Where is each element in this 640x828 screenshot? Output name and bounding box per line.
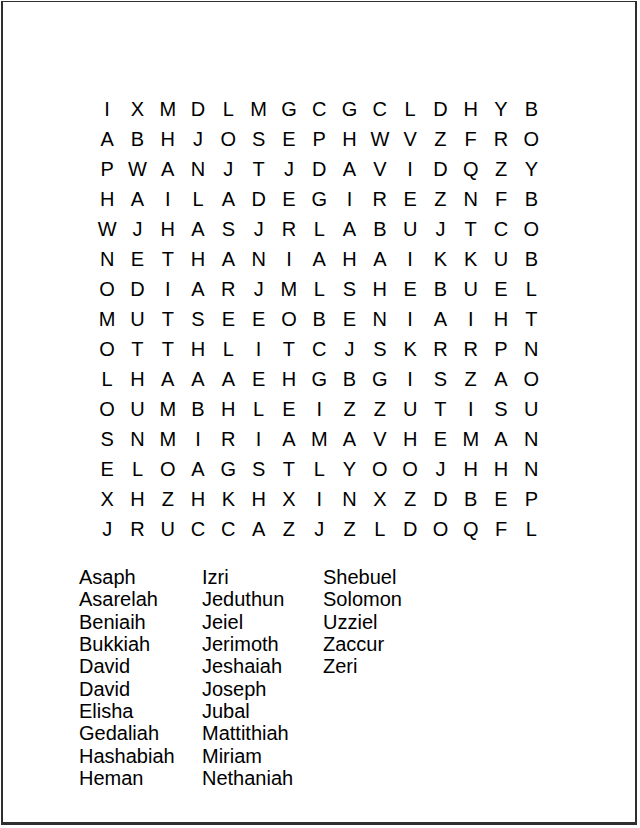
grid-cell-r14c10[interactable]: X	[365, 484, 395, 514]
grid-cell-r10c7[interactable]: H	[274, 364, 304, 394]
grid-cell-r5c15[interactable]: O	[516, 214, 546, 244]
grid-cell-r15c9[interactable]: Z	[334, 514, 364, 544]
grid-cell-r13c7[interactable]: T	[274, 454, 304, 484]
word-item: David	[79, 678, 202, 700]
word-list-column-2: IzriJeduthunJeielJerimothJeshaiahJosephJ…	[202, 566, 323, 789]
grid-cell-r5c13[interactable]: T	[456, 214, 486, 244]
word-item: Nethaniah	[202, 767, 323, 789]
grid-cell-r3c6[interactable]: T	[243, 154, 273, 184]
grid-cell-r11c10[interactable]: Z	[365, 394, 395, 424]
word-item: Shebuel	[323, 566, 463, 588]
grid-cell-r1c1[interactable]: I	[92, 94, 122, 124]
grid-cell-r7c12[interactable]: B	[425, 274, 455, 304]
word-list: AsaphAsarelahBeniaihBukkiahDavidDavidEli…	[79, 566, 463, 789]
grid-cell-r9c2[interactable]: T	[122, 334, 152, 364]
grid-cell-r3c9[interactable]: A	[334, 154, 364, 184]
word-item: Elisha	[79, 700, 202, 722]
grid-cell-r9c6[interactable]: I	[243, 334, 273, 364]
grid-cell-r10c13[interactable]: Z	[456, 364, 486, 394]
grid-cell-r6c2[interactable]: E	[122, 244, 152, 274]
grid-cell-r4c12[interactable]: Z	[425, 184, 455, 214]
grid-cell-r6c4[interactable]: H	[183, 244, 213, 274]
grid-cell-r10c5[interactable]: A	[213, 364, 243, 394]
grid-cell-r13c1[interactable]: E	[92, 454, 122, 484]
grid-cell-r9c7[interactable]: T	[274, 334, 304, 364]
grid-cell-r8c9[interactable]: E	[334, 304, 364, 334]
grid-cell-r2c3[interactable]: H	[153, 124, 183, 154]
grid-cell-r15c3[interactable]: U	[153, 514, 183, 544]
grid-cell-r14c5[interactable]: K	[213, 484, 243, 514]
grid-cell-r3c15[interactable]: Y	[516, 154, 546, 184]
word-item: Zaccur	[323, 633, 463, 655]
grid-cell-r4c2[interactable]: A	[122, 184, 152, 214]
grid-cell-r11c11[interactable]: U	[395, 394, 425, 424]
word-item: Jeshaiah	[202, 655, 323, 677]
grid-cell-r3c1[interactable]: P	[92, 154, 122, 184]
grid-cell-r9c5[interactable]: L	[213, 334, 243, 364]
grid-cell-r2c11[interactable]: V	[395, 124, 425, 154]
grid-cell-r11c12[interactable]: T	[425, 394, 455, 424]
grid-cell-r11c15[interactable]: U	[516, 394, 546, 424]
grid-cell-r2c6[interactable]: S	[243, 124, 273, 154]
grid-cell-r14c14[interactable]: E	[486, 484, 516, 514]
grid-cell-r2c1[interactable]: A	[92, 124, 122, 154]
grid-cell-r8c4[interactable]: S	[183, 304, 213, 334]
grid-cell-r8c2[interactable]: U	[122, 304, 152, 334]
grid-cell-r6c8[interactable]: A	[304, 244, 334, 274]
grid-cell-r15c2[interactable]: R	[122, 514, 152, 544]
grid-cell-r15c11[interactable]: D	[395, 514, 425, 544]
grid-cell-r14c13[interactable]: B	[456, 484, 486, 514]
grid-cell-r1c3[interactable]: M	[153, 94, 183, 124]
grid-cell-r10c4[interactable]: A	[183, 364, 213, 394]
grid-cell-r13c11[interactable]: O	[395, 454, 425, 484]
grid-cell-r10c2[interactable]: H	[122, 364, 152, 394]
grid-cell-r9c14[interactable]: P	[486, 334, 516, 364]
grid-cell-r1c2[interactable]: X	[122, 94, 152, 124]
grid-cell-r12c7[interactable]: A	[274, 424, 304, 454]
grid-cell-r1c15[interactable]: B	[516, 94, 546, 124]
grid-cell-r12c15[interactable]: N	[516, 424, 546, 454]
grid-cell-r13c5[interactable]: G	[213, 454, 243, 484]
grid-cell-r12c8[interactable]: M	[304, 424, 334, 454]
grid-cell-r10c12[interactable]: S	[425, 364, 455, 394]
grid-cell-r6c1[interactable]: N	[92, 244, 122, 274]
grid-cell-r5c1[interactable]: W	[92, 214, 122, 244]
grid-cell-r1c5[interactable]: L	[213, 94, 243, 124]
grid-cell-r7c7[interactable]: M	[274, 274, 304, 304]
grid-cell-r13c3[interactable]: O	[153, 454, 183, 484]
grid-cell-r9c8[interactable]: C	[304, 334, 334, 364]
grid-cell-r4c13[interactable]: N	[456, 184, 486, 214]
word-list-column-3: ShebuelSolomonUzzielZaccurZeri	[323, 566, 463, 789]
word-list-column-1: AsaphAsarelahBeniaihBukkiahDavidDavidEli…	[79, 566, 202, 789]
grid-cell-r2c10[interactable]: W	[365, 124, 395, 154]
grid-cell-r3c12[interactable]: D	[425, 154, 455, 184]
grid-cell-r3c7[interactable]: J	[274, 154, 304, 184]
grid-cell-r15c14[interactable]: F	[486, 514, 516, 544]
grid-cell-r15c1[interactable]: J	[92, 514, 122, 544]
grid-cell-r7c10[interactable]: H	[365, 274, 395, 304]
grid-cell-r10c1[interactable]: L	[92, 364, 122, 394]
grid-cell-r9c1[interactable]: O	[92, 334, 122, 364]
grid-cell-r5c8[interactable]: L	[304, 214, 334, 244]
word-item: Uzziel	[323, 611, 463, 633]
word-item: Gedaliah	[79, 722, 202, 744]
grid-cell-r15c5[interactable]: C	[213, 514, 243, 544]
grid-cell-r7c5[interactable]: R	[213, 274, 243, 304]
grid-cell-r2c9[interactable]: H	[334, 124, 364, 154]
grid-cell-r4c11[interactable]: E	[395, 184, 425, 214]
grid-cell-r6c15[interactable]: B	[516, 244, 546, 274]
grid-cell-r8c14[interactable]: H	[486, 304, 516, 334]
grid-cell-r14c3[interactable]: Z	[153, 484, 183, 514]
grid-cell-r3c5[interactable]: J	[213, 154, 243, 184]
grid-cell-r13c6[interactable]: S	[243, 454, 273, 484]
grid-cell-r3c3[interactable]: A	[153, 154, 183, 184]
grid-cell-r6c3[interactable]: T	[153, 244, 183, 274]
grid-cell-r1c6[interactable]: M	[243, 94, 273, 124]
grid-cell-r11c1[interactable]: O	[92, 394, 122, 424]
grid-cell-r5c4[interactable]: A	[183, 214, 213, 244]
grid-cell-r15c8[interactable]: J	[304, 514, 334, 544]
word-item: Beniaih	[79, 611, 202, 633]
grid-cell-r13c10[interactable]: O	[365, 454, 395, 484]
grid-cell-r1c7[interactable]: G	[274, 94, 304, 124]
grid-cell-r7c3[interactable]: I	[153, 274, 183, 304]
grid-cell-r14c12[interactable]: D	[425, 484, 455, 514]
grid-cell-r4c15[interactable]: B	[516, 184, 546, 214]
word-item: Solomon	[323, 588, 463, 610]
grid-cell-r8c15[interactable]: T	[516, 304, 546, 334]
grid-cell-r11c8[interactable]: I	[304, 394, 334, 424]
grid-cell-r3c13[interactable]: Q	[456, 154, 486, 184]
grid-cell-r1c12[interactable]: D	[425, 94, 455, 124]
grid-cell-r6c14[interactable]: U	[486, 244, 516, 274]
grid-cell-r13c9[interactable]: Y	[334, 454, 364, 484]
grid-cell-r3c10[interactable]: V	[365, 154, 395, 184]
grid-cell-r12c5[interactable]: R	[213, 424, 243, 454]
grid-cell-r7c15[interactable]: L	[516, 274, 546, 304]
grid-cell-r10c10[interactable]: G	[365, 364, 395, 394]
grid-cell-r2c12[interactable]: Z	[425, 124, 455, 154]
grid-cell-r8c1[interactable]: M	[92, 304, 122, 334]
grid-cell-r10c14[interactable]: A	[486, 364, 516, 394]
grid-cell-r13c8[interactable]: L	[304, 454, 334, 484]
grid-cell-r9c11[interactable]: K	[395, 334, 425, 364]
grid-cell-r9c10[interactable]: S	[365, 334, 395, 364]
grid-cell-r14c2[interactable]: H	[122, 484, 152, 514]
grid-cell-r5c5[interactable]: S	[213, 214, 243, 244]
grid-cell-r5c10[interactable]: B	[365, 214, 395, 244]
word-item: Izri	[202, 566, 323, 588]
grid-cell-r8c12[interactable]: A	[425, 304, 455, 334]
grid-cell-r10c15[interactable]: O	[516, 364, 546, 394]
grid-cell-r5c14[interactable]: C	[486, 214, 516, 244]
grid-cell-r1c14[interactable]: Y	[486, 94, 516, 124]
grid-cell-r14c15[interactable]: P	[516, 484, 546, 514]
word-item: Asaph	[79, 566, 202, 588]
grid-cell-r8c11[interactable]: I	[395, 304, 425, 334]
grid-cell-r6c7[interactable]: I	[274, 244, 304, 274]
grid-cell-r9c3[interactable]: T	[153, 334, 183, 364]
word-item: David	[79, 655, 202, 677]
grid-cell-r4c7[interactable]: E	[274, 184, 304, 214]
grid-cell-r4c4[interactable]: L	[183, 184, 213, 214]
word-item: Asarelah	[79, 588, 202, 610]
grid-cell-r3c8[interactable]: D	[304, 154, 334, 184]
grid-cell-r14c11[interactable]: Z	[395, 484, 425, 514]
grid-cell-r1c4[interactable]: D	[183, 94, 213, 124]
grid-cell-r11c2[interactable]: U	[122, 394, 152, 424]
grid-cell-r12c6[interactable]: I	[243, 424, 273, 454]
word-item: Jeduthun	[202, 588, 323, 610]
grid-cell-r4c9[interactable]: I	[334, 184, 364, 214]
grid-cell-r4c8[interactable]: G	[304, 184, 334, 214]
grid-cell-r8c8[interactable]: B	[304, 304, 334, 334]
grid-cell-r6c10[interactable]: A	[365, 244, 395, 274]
grid-cell-r7c2[interactable]: D	[122, 274, 152, 304]
grid-cell-r2c14[interactable]: R	[486, 124, 516, 154]
grid-cell-r15c7[interactable]: Z	[274, 514, 304, 544]
grid-cell-r8c6[interactable]: E	[243, 304, 273, 334]
grid-cell-r6c6[interactable]: N	[243, 244, 273, 274]
word-item: Bukkiah	[79, 633, 202, 655]
grid-cell-r11c4[interactable]: B	[183, 394, 213, 424]
grid-cell-r7c1[interactable]: O	[92, 274, 122, 304]
grid-cell-r11c13[interactable]: I	[456, 394, 486, 424]
word-item: Heman	[79, 767, 202, 789]
grid-cell-r6c12[interactable]: K	[425, 244, 455, 274]
grid-cell-r2c5[interactable]: O	[213, 124, 243, 154]
grid-cell-r14c8[interactable]: I	[304, 484, 334, 514]
grid-cell-r2c4[interactable]: J	[183, 124, 213, 154]
grid-cell-r8c10[interactable]: N	[365, 304, 395, 334]
word-item: Jeiel	[202, 611, 323, 633]
grid-cell-r5c12[interactable]: J	[425, 214, 455, 244]
grid-cell-r12c2[interactable]: N	[122, 424, 152, 454]
grid-cell-r6c11[interactable]: I	[395, 244, 425, 274]
grid-cell-r10c3[interactable]: A	[153, 364, 183, 394]
grid-cell-r7c8[interactable]: L	[304, 274, 334, 304]
grid-cell-r3c2[interactable]: W	[122, 154, 152, 184]
grid-cell-r10c11[interactable]: I	[395, 364, 425, 394]
grid-cell-r9c12[interactable]: R	[425, 334, 455, 364]
grid-cell-r12c1[interactable]: S	[92, 424, 122, 454]
grid-cell-r12c12[interactable]: E	[425, 424, 455, 454]
grid-cell-r14c1[interactable]: X	[92, 484, 122, 514]
grid-cell-r3c4[interactable]: N	[183, 154, 213, 184]
grid-cell-r3c14[interactable]: Z	[486, 154, 516, 184]
grid-cell-r14c6[interactable]: H	[243, 484, 273, 514]
grid-cell-r12c3[interactable]: M	[153, 424, 183, 454]
grid-cell-r13c12[interactable]: J	[425, 454, 455, 484]
grid-cell-r11c3[interactable]: M	[153, 394, 183, 424]
grid-cell-r5c3[interactable]: H	[153, 214, 183, 244]
grid-cell-r5c2[interactable]: J	[122, 214, 152, 244]
grid-cell-r12c4[interactable]: I	[183, 424, 213, 454]
word-search-grid: IXMDLMGCGCLDHYBABHJOSEPHWVZFROPWANJTJDAV…	[92, 94, 546, 544]
grid-cell-r15c4[interactable]: C	[183, 514, 213, 544]
grid-cell-r2c2[interactable]: B	[122, 124, 152, 154]
grid-cell-r7c9[interactable]: S	[334, 274, 364, 304]
grid-cell-r14c4[interactable]: H	[183, 484, 213, 514]
grid-cell-r12c11[interactable]: H	[395, 424, 425, 454]
grid-cell-r4c10[interactable]: R	[365, 184, 395, 214]
grid-cell-r6c13[interactable]: K	[456, 244, 486, 274]
word-item: Miriam	[202, 745, 323, 767]
grid-cell-r1c13[interactable]: H	[456, 94, 486, 124]
grid-cell-r7c13[interactable]: U	[456, 274, 486, 304]
grid-cell-r3c11[interactable]: I	[395, 154, 425, 184]
grid-cell-r5c11[interactable]: U	[395, 214, 425, 244]
grid-cell-r10c8[interactable]: G	[304, 364, 334, 394]
grid-cell-r2c15[interactable]: O	[516, 124, 546, 154]
word-item: Hashabiah	[79, 745, 202, 767]
grid-cell-r9c9[interactable]: J	[334, 334, 364, 364]
grid-cell-r6c9[interactable]: H	[334, 244, 364, 274]
grid-cell-r4c5[interactable]: A	[213, 184, 243, 214]
grid-cell-r2c7[interactable]: E	[274, 124, 304, 154]
grid-cell-r1c9[interactable]: G	[334, 94, 364, 124]
grid-cell-r14c7[interactable]: X	[274, 484, 304, 514]
grid-cell-r14c9[interactable]: N	[334, 484, 364, 514]
grid-cell-r10c6[interactable]: E	[243, 364, 273, 394]
grid-cell-r8c5[interactable]: E	[213, 304, 243, 334]
grid-cell-r1c11[interactable]: L	[395, 94, 425, 124]
grid-cell-r4c14[interactable]: F	[486, 184, 516, 214]
grid-cell-r4c1[interactable]: H	[92, 184, 122, 214]
grid-cell-r8c3[interactable]: T	[153, 304, 183, 334]
grid-cell-r6c5[interactable]: A	[213, 244, 243, 274]
word-item: Jerimoth	[202, 633, 323, 655]
grid-cell-r15c6[interactable]: A	[243, 514, 273, 544]
grid-cell-r11c7[interactable]: E	[274, 394, 304, 424]
grid-cell-r7c4[interactable]: A	[183, 274, 213, 304]
grid-cell-r11c6[interactable]: L	[243, 394, 273, 424]
grid-cell-r15c12[interactable]: O	[425, 514, 455, 544]
grid-cell-r5c9[interactable]: A	[334, 214, 364, 244]
grid-cell-r7c11[interactable]: E	[395, 274, 425, 304]
grid-cell-r12c13[interactable]: M	[456, 424, 486, 454]
grid-cell-r9c15[interactable]: N	[516, 334, 546, 364]
grid-cell-r12c10[interactable]: V	[365, 424, 395, 454]
grid-cell-r12c14[interactable]: A	[486, 424, 516, 454]
grid-cell-r13c13[interactable]: H	[456, 454, 486, 484]
grid-cell-r7c6[interactable]: J	[243, 274, 273, 304]
grid-cell-r9c4[interactable]: H	[183, 334, 213, 364]
grid-cell-r13c14[interactable]: H	[486, 454, 516, 484]
grid-cell-r15c10[interactable]: L	[365, 514, 395, 544]
word-item: Zeri	[323, 655, 463, 677]
grid-cell-r11c9[interactable]: Z	[334, 394, 364, 424]
grid-cell-r4c3[interactable]: I	[153, 184, 183, 214]
grid-cell-r1c10[interactable]: C	[365, 94, 395, 124]
grid-cell-r11c5[interactable]: H	[213, 394, 243, 424]
grid-cell-r2c13[interactable]: F	[456, 124, 486, 154]
grid-cell-r8c7[interactable]: O	[274, 304, 304, 334]
word-item: Joseph	[202, 678, 323, 700]
word-item: Mattithiah	[202, 722, 323, 744]
grid-cell-r15c15[interactable]: L	[516, 514, 546, 544]
grid-cell-r11c14[interactable]: S	[486, 394, 516, 424]
word-item: Jubal	[202, 700, 323, 722]
grid-cell-r13c15[interactable]: N	[516, 454, 546, 484]
grid-cell-r8c13[interactable]: I	[456, 304, 486, 334]
grid-cell-r9c13[interactable]: R	[456, 334, 486, 364]
grid-cell-r13c4[interactable]: A	[183, 454, 213, 484]
grid-cell-r12c9[interactable]: A	[334, 424, 364, 454]
grid-cell-r5c6[interactable]: J	[243, 214, 273, 244]
grid-cell-r2c8[interactable]: P	[304, 124, 334, 154]
grid-cell-r5c7[interactable]: R	[274, 214, 304, 244]
grid-cell-r15c13[interactable]: Q	[456, 514, 486, 544]
grid-cell-r7c14[interactable]: E	[486, 274, 516, 304]
grid-cell-r1c8[interactable]: C	[304, 94, 334, 124]
grid-cell-r13c2[interactable]: L	[122, 454, 152, 484]
grid-cell-r4c6[interactable]: D	[243, 184, 273, 214]
grid-cell-r10c9[interactable]: B	[334, 364, 364, 394]
